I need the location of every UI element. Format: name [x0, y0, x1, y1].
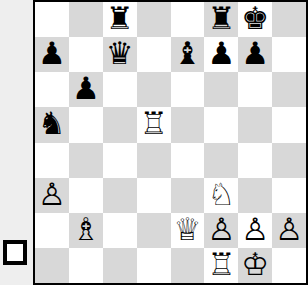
- black-rook-piece[interactable]: ♜: [106, 3, 134, 34]
- square-f7[interactable]: ♟: [204, 37, 238, 72]
- square-d1[interactable]: [137, 248, 171, 283]
- white-queen-piece[interactable]: ♕: [174, 214, 202, 245]
- black-pawn-piece[interactable]: ♟: [72, 73, 100, 104]
- white-knight-piece[interactable]: ♘: [207, 179, 235, 210]
- square-b2[interactable]: ♗: [69, 213, 103, 248]
- black-knight-piece[interactable]: ♞: [38, 108, 66, 139]
- white-bishop-piece[interactable]: ♗: [72, 214, 100, 245]
- white-king-piece[interactable]: ♔: [241, 249, 269, 280]
- square-a6[interactable]: [35, 72, 69, 107]
- square-b7[interactable]: [69, 37, 103, 72]
- square-h7[interactable]: [272, 37, 306, 72]
- square-g4[interactable]: [238, 143, 272, 178]
- white-rook-piece[interactable]: ♖: [140, 108, 168, 139]
- square-a3[interactable]: ♙: [35, 178, 69, 213]
- square-f2[interactable]: ♙: [204, 213, 238, 248]
- square-h5[interactable]: [272, 107, 306, 142]
- square-e2[interactable]: ♕: [171, 213, 205, 248]
- square-b8[interactable]: [69, 2, 103, 37]
- white-pawn-piece[interactable]: ♙: [207, 214, 235, 245]
- white-rook-piece[interactable]: ♖: [207, 249, 235, 280]
- square-b1[interactable]: [69, 248, 103, 283]
- square-a4[interactable]: [35, 143, 69, 178]
- square-a1[interactable]: [35, 248, 69, 283]
- square-f1[interactable]: ♖: [204, 248, 238, 283]
- black-queen-piece[interactable]: ♛: [106, 38, 134, 69]
- white-pawn-piece[interactable]: ♙: [275, 214, 303, 245]
- square-e5[interactable]: [171, 107, 205, 142]
- square-e4[interactable]: [171, 143, 205, 178]
- square-e1[interactable]: [171, 248, 205, 283]
- square-e7[interactable]: ♝: [171, 37, 205, 72]
- square-h3[interactable]: [272, 178, 306, 213]
- square-c8[interactable]: ♜: [103, 2, 137, 37]
- black-pawn-piece[interactable]: ♟: [38, 38, 66, 69]
- square-c4[interactable]: [103, 143, 137, 178]
- square-g2[interactable]: ♙: [238, 213, 272, 248]
- square-c5[interactable]: [103, 107, 137, 142]
- square-b4[interactable]: [69, 143, 103, 178]
- side-to-move-indicator: [3, 240, 27, 265]
- square-c1[interactable]: [103, 248, 137, 283]
- square-f8[interactable]: ♜: [204, 2, 238, 37]
- black-king-piece[interactable]: ♚: [241, 3, 269, 34]
- black-pawn-piece[interactable]: ♟: [207, 38, 235, 69]
- square-d4[interactable]: [137, 143, 171, 178]
- square-e6[interactable]: [171, 72, 205, 107]
- square-d6[interactable]: [137, 72, 171, 107]
- square-b5[interactable]: [69, 107, 103, 142]
- white-pawn-piece[interactable]: ♙: [38, 179, 66, 210]
- chess-diagram: ♜♜♚♟♛♝♟♟♟♞♖♙♘♗♕♙♙♙♖♔: [0, 0, 308, 285]
- white-pawn-piece[interactable]: ♙: [241, 214, 269, 245]
- square-f6[interactable]: [204, 72, 238, 107]
- square-a8[interactable]: [35, 2, 69, 37]
- square-g1[interactable]: ♔: [238, 248, 272, 283]
- square-d7[interactable]: [137, 37, 171, 72]
- square-f4[interactable]: [204, 143, 238, 178]
- square-b6[interactable]: ♟: [69, 72, 103, 107]
- square-a2[interactable]: [35, 213, 69, 248]
- square-e8[interactable]: [171, 2, 205, 37]
- square-f5[interactable]: [204, 107, 238, 142]
- square-h6[interactable]: [272, 72, 306, 107]
- square-c3[interactable]: [103, 178, 137, 213]
- square-g5[interactable]: [238, 107, 272, 142]
- square-c6[interactable]: [103, 72, 137, 107]
- square-e3[interactable]: [171, 178, 205, 213]
- square-f3[interactable]: ♘: [204, 178, 238, 213]
- square-d8[interactable]: [137, 2, 171, 37]
- square-b3[interactable]: [69, 178, 103, 213]
- square-d5[interactable]: ♖: [137, 107, 171, 142]
- black-bishop-piece[interactable]: ♝: [174, 38, 202, 69]
- square-c2[interactable]: [103, 213, 137, 248]
- square-d3[interactable]: [137, 178, 171, 213]
- square-d2[interactable]: [137, 213, 171, 248]
- square-g6[interactable]: [238, 72, 272, 107]
- square-c7[interactable]: ♛: [103, 37, 137, 72]
- square-g8[interactable]: ♚: [238, 2, 272, 37]
- black-pawn-piece[interactable]: ♟: [241, 38, 269, 69]
- black-rook-piece[interactable]: ♜: [207, 3, 235, 34]
- chess-board: ♜♜♚♟♛♝♟♟♟♞♖♙♘♗♕♙♙♙♖♔: [33, 0, 308, 285]
- square-g7[interactable]: ♟: [238, 37, 272, 72]
- square-h1[interactable]: [272, 248, 306, 283]
- square-h4[interactable]: [272, 143, 306, 178]
- square-a7[interactable]: ♟: [35, 37, 69, 72]
- square-h2[interactable]: ♙: [272, 213, 306, 248]
- square-g3[interactable]: [238, 178, 272, 213]
- square-h8[interactable]: [272, 2, 306, 37]
- square-a5[interactable]: ♞: [35, 107, 69, 142]
